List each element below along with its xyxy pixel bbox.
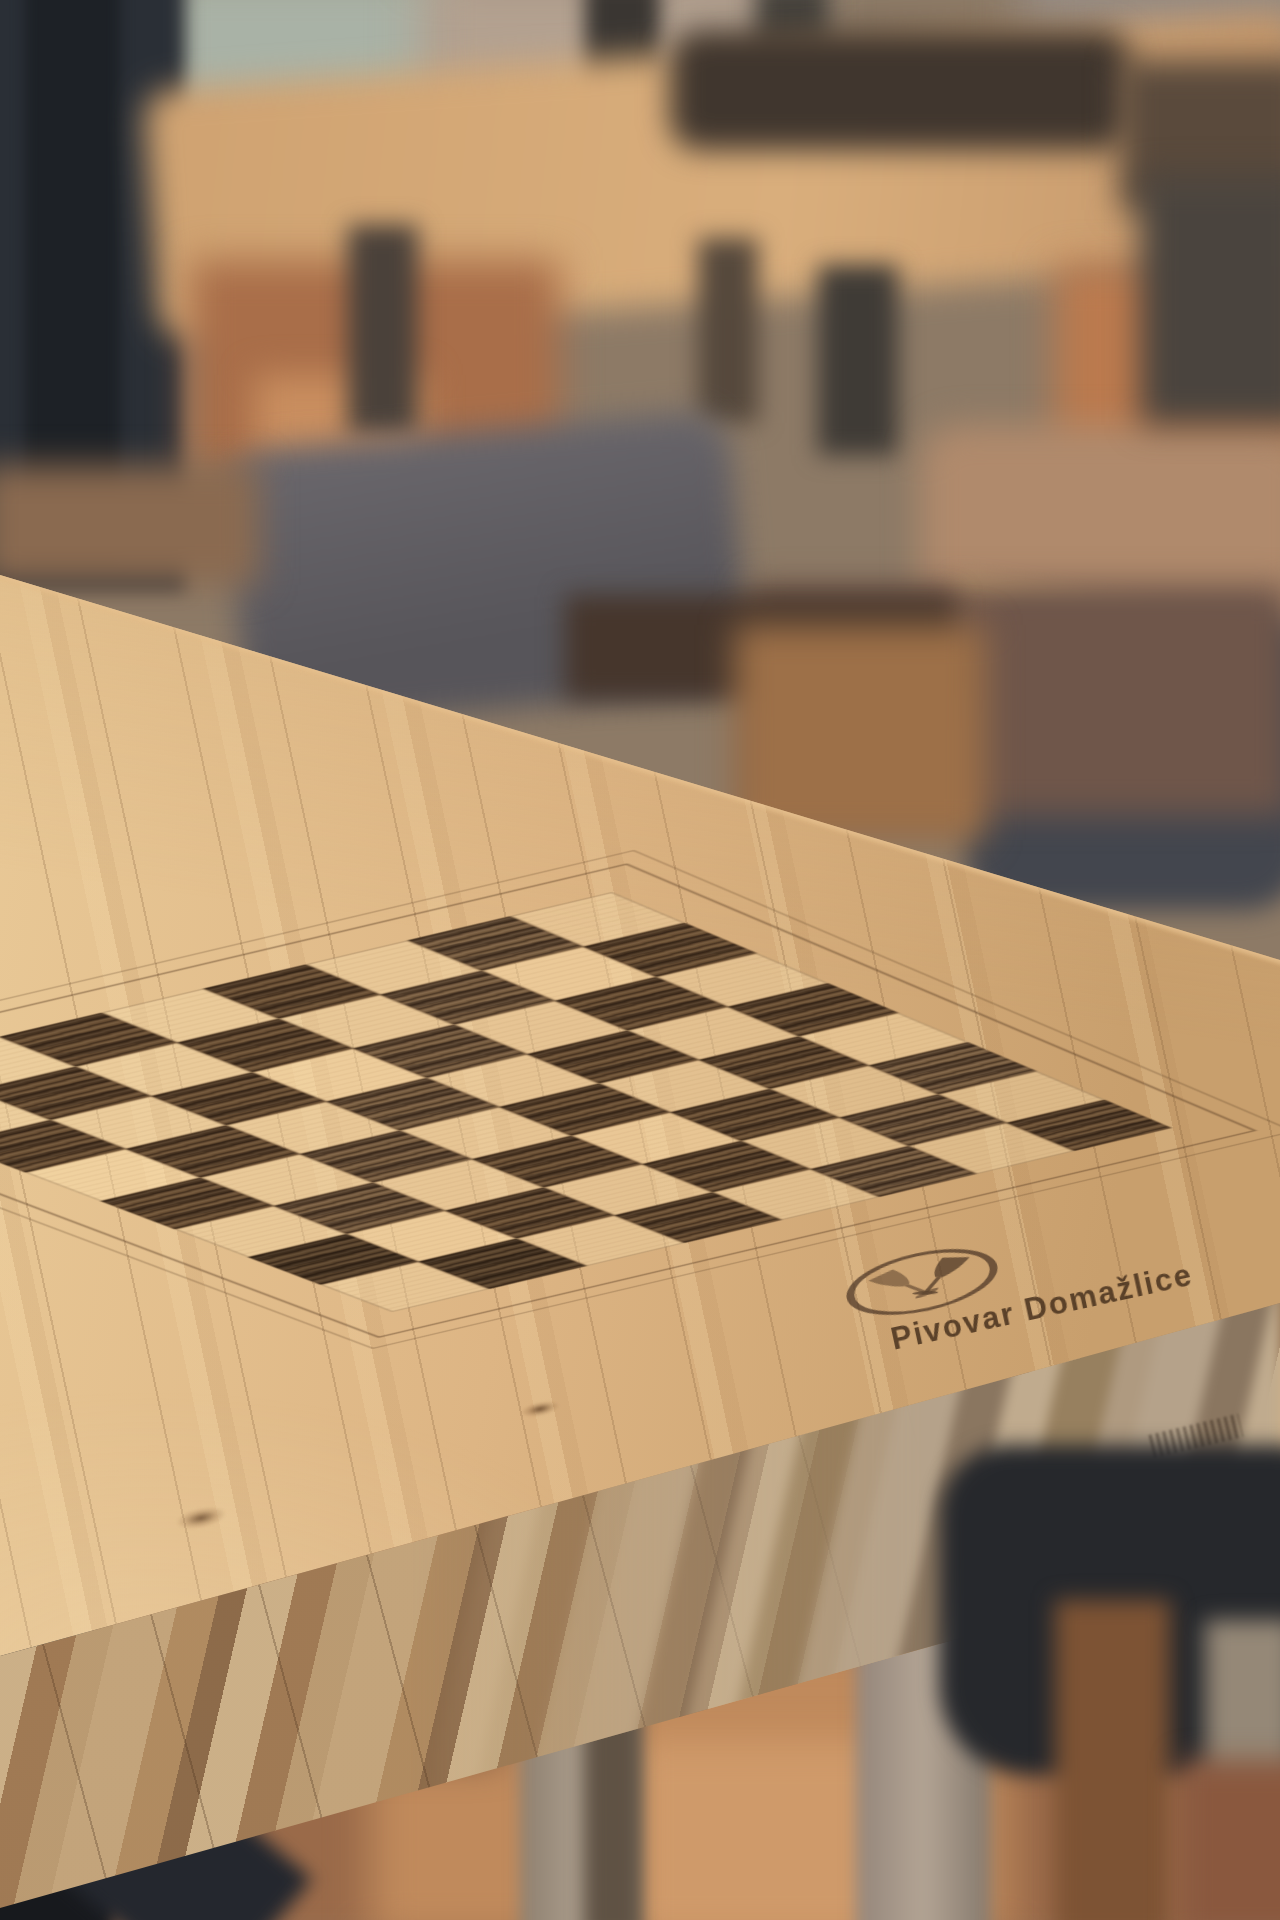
blurred-chair-leg bbox=[818, 265, 898, 455]
photo-table-chessboard-scene: Pivovar Domažlice bbox=[0, 0, 1280, 1920]
blurred-floor bbox=[0, 465, 260, 585]
blurred-chair-leg bbox=[698, 238, 758, 423]
blurred-chair-back bbox=[670, 30, 1130, 150]
foreground-chair-wood-leg bbox=[1055, 1600, 1170, 1920]
blurred-chair-back bbox=[1140, 175, 1280, 425]
blurred-floor bbox=[1180, 1760, 1280, 1920]
blurred-chair-leg bbox=[348, 225, 418, 435]
